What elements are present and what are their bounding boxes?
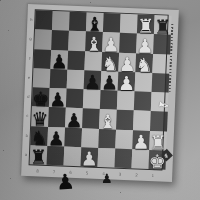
square-b1: ♜	[150, 131, 168, 151]
square-f8	[33, 49, 51, 69]
rank-label-8: 8	[36, 168, 39, 173]
square-h8	[35, 10, 53, 30]
piece-black-pawn-b7: ♟	[48, 129, 65, 148]
piece-white-rook-h2: ♜	[137, 17, 154, 36]
piece-white-pawn-g2: ♟	[137, 36, 154, 55]
rank-label-2: 2	[135, 172, 138, 177]
square-b3	[116, 129, 134, 149]
file-label-a: a	[25, 152, 28, 157]
chessboard-photo: hgfedcba ♝♜♜♝♟♟♟♞♟♞♟♟♟♚♟♛♟♝♞♟♟♜♜♟♚ ♞ 876…	[0, 0, 200, 200]
square-f2: ♞	[136, 53, 154, 73]
square-d8: ♚	[32, 87, 50, 107]
square-b8: ♞	[30, 126, 48, 146]
square-g5: ♝	[85, 32, 103, 52]
piece-black-bishop-h5: ♝	[86, 15, 103, 34]
piece-white-rook-b1: ♜	[150, 133, 167, 152]
square-f4: ♞	[102, 52, 120, 72]
rank-label-5: 5	[86, 170, 89, 175]
square-g2: ♟	[136, 34, 154, 54]
piece-black-pawn-e4: ♟	[101, 73, 118, 92]
piece-black-knight-b8: ♞	[31, 128, 48, 147]
square-c2	[133, 111, 151, 131]
square-d6	[66, 89, 84, 109]
square-c4: ♝	[99, 109, 117, 129]
square-d7: ♟	[49, 88, 67, 108]
file-label-h: h	[30, 17, 33, 22]
piece-white-pawn-g4: ♟	[103, 35, 120, 54]
square-a4	[98, 148, 116, 168]
square-h5: ♝	[86, 12, 104, 32]
square-b5	[81, 128, 99, 148]
background-speckles	[0, 0, 1, 1]
square-b2: ♟	[133, 130, 151, 150]
piece-black-pawn-c6: ♟	[65, 110, 82, 129]
square-a1: ♚	[149, 150, 167, 170]
file-label-c: c	[26, 113, 28, 118]
square-e6	[67, 69, 85, 89]
piece-white-bishop-c4: ♝	[100, 112, 117, 131]
captured-black-pawn: ♟	[101, 172, 113, 185]
square-c6: ♟	[65, 108, 83, 128]
square-h6	[69, 12, 87, 32]
square-g4: ♟	[102, 32, 120, 52]
piece-white-king-a1: ♚	[149, 152, 166, 171]
square-e4: ♟	[101, 71, 119, 91]
file-label-b: b	[25, 133, 28, 138]
piece-black-rook-h1: ♜	[154, 18, 171, 37]
square-f3: ♟	[119, 52, 137, 72]
square-g6	[68, 31, 86, 51]
square-g8	[34, 30, 52, 50]
file-label-e: e	[28, 75, 31, 80]
square-c3	[116, 110, 134, 130]
vinyl-chessboard: hgfedcba ♝♜♜♝♟♟♟♞♟♞♟♟♟♚♟♛♟♝♞♟♟♜♜♟♚ ♞ 876…	[21, 4, 179, 182]
square-e3: ♟	[118, 71, 136, 91]
square-c8: ♛	[31, 106, 49, 126]
piece-white-pawn-b2: ♟	[133, 132, 150, 151]
square-h7	[52, 11, 70, 31]
piece-white-pawn-e3: ♟	[118, 74, 135, 93]
piece-black-pawn-e5: ♟	[84, 73, 101, 92]
piece-white-knight-f2: ♞	[136, 55, 153, 74]
piece-white-pawn-a5: ♟	[81, 150, 98, 169]
square-g7	[51, 30, 69, 50]
piece-white-knight-f4: ♞	[102, 54, 119, 73]
piece-black-king-d8: ♚	[32, 90, 49, 109]
rank-label-3: 3	[119, 171, 122, 176]
captured-black-pawn: ♟	[55, 171, 75, 193]
square-b7: ♟	[47, 126, 65, 146]
square-e5: ♟	[84, 70, 102, 90]
square-h2: ♜	[137, 14, 155, 34]
square-h1: ♜	[154, 15, 172, 35]
square-f6	[68, 50, 86, 70]
square-f7: ♟	[50, 49, 68, 69]
square-a6	[64, 146, 82, 166]
square-c5	[82, 109, 100, 129]
square-h4	[103, 13, 121, 33]
board-grid: ♝♜♜♝♟♟♟♞♟♞♟♟♟♚♟♛♟♝♞♟♟♜♜♟♚	[30, 10, 168, 169]
piece-black-rook-a8: ♜	[30, 148, 47, 167]
square-g3	[119, 33, 137, 53]
piece-black-pawn-d7: ♟	[49, 90, 66, 109]
file-label-f: f	[29, 56, 31, 61]
square-d2	[134, 91, 152, 111]
piece-black-queen-c8: ♛	[31, 109, 48, 128]
piece-white-bishop-g5: ♝	[86, 34, 103, 53]
square-e8	[33, 68, 51, 88]
file-label-d: d	[27, 94, 30, 99]
piece-black-pawn-f7: ♟	[51, 52, 68, 71]
file-label-g: g	[29, 36, 32, 41]
square-a8: ♜	[30, 145, 48, 165]
square-a5: ♟	[81, 147, 99, 167]
square-a3	[115, 148, 133, 168]
piece-white-pawn-f3: ♟	[119, 55, 136, 74]
rank-label-1: 1	[152, 173, 155, 178]
square-h3	[120, 14, 138, 34]
